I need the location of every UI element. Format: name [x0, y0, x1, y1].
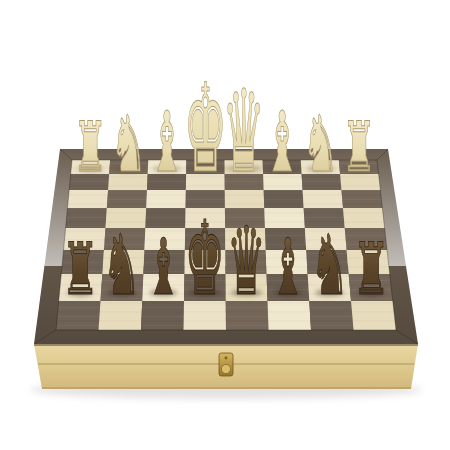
piece-white-knight-b1[interactable]: ♞ — [302, 98, 338, 190]
piece-black-bishop-c7[interactable]: ♝ — [271, 222, 306, 313]
piece-black-bishop-f7[interactable]: ♝ — [146, 222, 181, 313]
brass-clasp — [219, 353, 233, 376]
board-scene: ♜♞♝♛♚♝♞♜♜♞♝♛♚♝♞♜ — [0, 0, 450, 450]
piece-black-queen-d7[interactable]: ♛ — [227, 207, 266, 316]
piece-white-knight-g1[interactable]: ♞ — [110, 98, 146, 190]
piece-black-rook-a7[interactable]: ♜ — [352, 227, 390, 311]
piece-white-rook-h1[interactable]: ♜ — [73, 106, 107, 187]
chess-set-photo: ♜♞♝♛♚♝♞♜♜♞♝♛♚♝♞♜ — [0, 0, 450, 450]
piece-white-queen-d1[interactable]: ♛ — [222, 65, 265, 198]
piece-black-knight-g7[interactable]: ♞ — [102, 216, 141, 314]
piece-white-bishop-c1[interactable]: ♝ — [264, 93, 300, 190]
piece-black-king-e7[interactable]: ♚ — [185, 198, 226, 318]
piece-white-bishop-f1[interactable]: ♝ — [149, 93, 185, 190]
piece-white-rook-a1[interactable]: ♜ — [342, 106, 376, 187]
piece-black-rook-h7[interactable]: ♜ — [61, 227, 99, 311]
piece-black-knight-b7[interactable]: ♞ — [310, 216, 349, 314]
piece-white-king-e1[interactable]: ♚ — [183, 58, 227, 200]
